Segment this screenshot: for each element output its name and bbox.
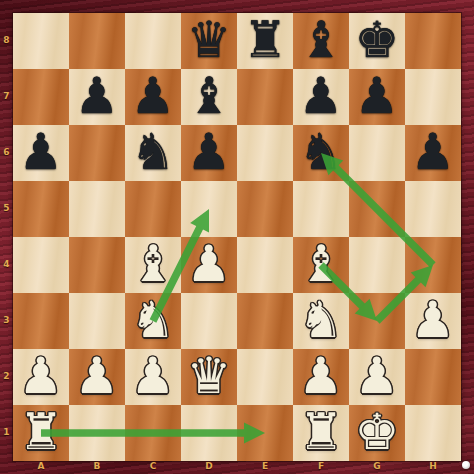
square-c3[interactable]: ♞ — [125, 293, 181, 349]
file-label-c: C — [125, 461, 181, 471]
file-label-g: G — [349, 461, 405, 471]
white-rook-f1[interactable]: ♜ — [299, 404, 344, 460]
square-e7[interactable] — [237, 69, 293, 125]
square-e5[interactable] — [237, 181, 293, 237]
rank-label-4: 4 — [1, 259, 12, 269]
square-c2[interactable]: ♟ — [125, 349, 181, 405]
white-pawn-h3[interactable]: ♟ — [411, 292, 456, 348]
square-f5[interactable] — [293, 181, 349, 237]
white-bishop-f4[interactable]: ♝ — [299, 236, 344, 292]
square-b2[interactable]: ♟ — [69, 349, 125, 405]
square-b3[interactable] — [69, 293, 125, 349]
square-d8[interactable]: ♛ — [181, 13, 237, 69]
square-e6[interactable] — [237, 125, 293, 181]
rank-label-1: 1 — [1, 427, 12, 437]
square-h3[interactable]: ♟ — [405, 293, 461, 349]
black-pawn-b7[interactable]: ♟ — [75, 68, 120, 124]
square-b7[interactable]: ♟ — [69, 69, 125, 125]
square-h6[interactable]: ♟ — [405, 125, 461, 181]
white-knight-f3[interactable]: ♞ — [299, 292, 344, 348]
black-pawn-h6[interactable]: ♟ — [411, 124, 456, 180]
square-b8[interactable] — [69, 13, 125, 69]
white-pawn-c2[interactable]: ♟ — [131, 348, 176, 404]
file-label-b: B — [69, 461, 125, 471]
rank-label-2: 2 — [1, 371, 12, 381]
square-g6[interactable] — [349, 125, 405, 181]
square-d6[interactable]: ♟ — [181, 125, 237, 181]
black-pawn-c7[interactable]: ♟ — [131, 68, 176, 124]
square-d3[interactable] — [181, 293, 237, 349]
square-g4[interactable] — [349, 237, 405, 293]
square-e8[interactable]: ♜ — [237, 13, 293, 69]
white-bishop-c4[interactable]: ♝ — [131, 236, 176, 292]
square-b1[interactable] — [69, 405, 125, 461]
rank-label-5: 5 — [1, 203, 12, 213]
black-king-g8[interactable]: ♚ — [355, 12, 400, 68]
file-label-e: E — [237, 461, 293, 471]
square-f3[interactable]: ♞ — [293, 293, 349, 349]
white-pawn-a2[interactable]: ♟ — [19, 348, 64, 404]
rank-label-3: 3 — [1, 315, 12, 325]
square-a8[interactable] — [13, 13, 69, 69]
square-c7[interactable]: ♟ — [125, 69, 181, 125]
square-b6[interactable] — [69, 125, 125, 181]
square-a6[interactable]: ♟ — [13, 125, 69, 181]
square-f6[interactable]: ♞ — [293, 125, 349, 181]
square-f4[interactable]: ♝ — [293, 237, 349, 293]
black-bishop-d7[interactable]: ♝ — [187, 68, 232, 124]
square-f1[interactable]: ♜ — [293, 405, 349, 461]
square-h5[interactable] — [405, 181, 461, 237]
square-e2[interactable] — [237, 349, 293, 405]
square-g2[interactable]: ♟ — [349, 349, 405, 405]
white-pawn-g2[interactable]: ♟ — [355, 348, 400, 404]
square-g8[interactable]: ♚ — [349, 13, 405, 69]
square-f7[interactable]: ♟ — [293, 69, 349, 125]
square-b5[interactable] — [69, 181, 125, 237]
black-knight-c6[interactable]: ♞ — [131, 124, 176, 180]
black-bishop-f8[interactable]: ♝ — [299, 12, 344, 68]
square-g3[interactable] — [349, 293, 405, 349]
square-e3[interactable] — [237, 293, 293, 349]
square-h2[interactable] — [405, 349, 461, 405]
square-g1[interactable]: ♚ — [349, 405, 405, 461]
square-h4[interactable] — [405, 237, 461, 293]
square-a4[interactable] — [13, 237, 69, 293]
square-c8[interactable] — [125, 13, 181, 69]
rank-label-6: 6 — [1, 147, 12, 157]
file-label-h: H — [405, 461, 461, 471]
black-pawn-f7[interactable]: ♟ — [299, 68, 344, 124]
white-rook-a1[interactable]: ♜ — [19, 404, 64, 460]
square-e1[interactable] — [237, 405, 293, 461]
black-queen-d8[interactable]: ♛ — [187, 12, 232, 68]
square-a1[interactable]: ♜ — [13, 405, 69, 461]
white-pawn-f2[interactable]: ♟ — [299, 348, 344, 404]
square-g7[interactable]: ♟ — [349, 69, 405, 125]
square-d4[interactable]: ♟ — [181, 237, 237, 293]
white-queen-d2[interactable]: ♛ — [187, 348, 232, 404]
file-label-d: D — [181, 461, 237, 471]
square-a7[interactable] — [13, 69, 69, 125]
square-d5[interactable] — [181, 181, 237, 237]
square-c6[interactable]: ♞ — [125, 125, 181, 181]
white-king-g1[interactable]: ♚ — [355, 404, 400, 460]
square-h8[interactable] — [405, 13, 461, 69]
chess-board-frame: ♛♜♝♚♟♟♝♟♟♟♞♟♞♟♝♟♝♞♞♟♟♟♟♛♟♟♜♜♚ 87654321 A… — [0, 0, 474, 474]
white-knight-c3[interactable]: ♞ — [131, 292, 176, 348]
square-e4[interactable] — [237, 237, 293, 293]
square-a3[interactable] — [13, 293, 69, 349]
square-a2[interactable]: ♟ — [13, 349, 69, 405]
file-label-f: F — [293, 461, 349, 471]
board: ♛♜♝♚♟♟♝♟♟♟♞♟♞♟♝♟♝♞♞♟♟♟♟♛♟♟♜♜♚ — [13, 13, 461, 461]
square-d7[interactable]: ♝ — [181, 69, 237, 125]
square-c1[interactable] — [125, 405, 181, 461]
black-pawn-a6[interactable]: ♟ — [19, 124, 64, 180]
file-label-a: A — [13, 461, 69, 471]
square-h7[interactable] — [405, 69, 461, 125]
black-knight-f6[interactable]: ♞ — [299, 124, 344, 180]
square-f8[interactable]: ♝ — [293, 13, 349, 69]
square-c5[interactable] — [125, 181, 181, 237]
square-c4[interactable]: ♝ — [125, 237, 181, 293]
black-pawn-d6[interactable]: ♟ — [187, 124, 232, 180]
corner-dot — [462, 461, 470, 469]
white-pawn-b2[interactable]: ♟ — [75, 348, 120, 404]
rank-label-7: 7 — [1, 91, 12, 101]
black-pawn-g7[interactable]: ♟ — [355, 68, 400, 124]
white-pawn-d4[interactable]: ♟ — [187, 236, 232, 292]
square-d1[interactable] — [181, 405, 237, 461]
square-d2[interactable]: ♛ — [181, 349, 237, 405]
square-f2[interactable]: ♟ — [293, 349, 349, 405]
black-rook-e8[interactable]: ♜ — [243, 12, 288, 68]
square-a5[interactable] — [13, 181, 69, 237]
square-g5[interactable] — [349, 181, 405, 237]
rank-label-8: 8 — [1, 35, 12, 45]
square-h1[interactable] — [405, 405, 461, 461]
square-b4[interactable] — [69, 237, 125, 293]
